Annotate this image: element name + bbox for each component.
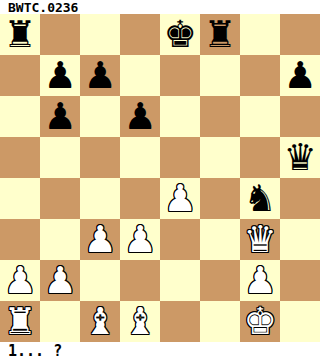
square-g5[interactable] <box>240 137 280 178</box>
square-f1[interactable] <box>200 301 240 342</box>
square-d7[interactable] <box>120 55 160 96</box>
square-a4[interactable] <box>0 178 40 219</box>
square-e6[interactable] <box>160 96 200 137</box>
white-bishop[interactable]: ♝ <box>80 301 120 342</box>
square-f7[interactable] <box>200 55 240 96</box>
square-f3[interactable] <box>200 219 240 260</box>
square-e1[interactable] <box>160 301 200 342</box>
square-d4[interactable] <box>120 178 160 219</box>
black-queen[interactable]: ♛ <box>280 137 320 178</box>
square-e3[interactable] <box>160 219 200 260</box>
square-d5[interactable] <box>120 137 160 178</box>
white-king[interactable]: ♚ <box>240 301 280 342</box>
square-f8[interactable]: ♜ <box>200 14 240 55</box>
square-g1[interactable]: ♚ <box>240 301 280 342</box>
square-b4[interactable] <box>40 178 80 219</box>
square-a5[interactable] <box>0 137 40 178</box>
black-pawn[interactable]: ♟ <box>80 55 120 96</box>
square-f2[interactable] <box>200 260 240 301</box>
square-b3[interactable] <box>40 219 80 260</box>
square-c8[interactable] <box>80 14 120 55</box>
puzzle-id: BWTC.0236 <box>0 0 320 14</box>
square-d8[interactable] <box>120 14 160 55</box>
move-prompt: 1... ? <box>0 342 320 360</box>
square-h8[interactable] <box>280 14 320 55</box>
square-h2[interactable] <box>280 260 320 301</box>
square-b5[interactable] <box>40 137 80 178</box>
square-g4[interactable]: ♞ <box>240 178 280 219</box>
square-g2[interactable]: ♟ <box>240 260 280 301</box>
square-a2[interactable]: ♟ <box>0 260 40 301</box>
black-pawn[interactable]: ♟ <box>40 96 80 137</box>
square-c2[interactable] <box>80 260 120 301</box>
white-queen[interactable]: ♛ <box>240 219 280 260</box>
black-rook[interactable]: ♜ <box>0 14 40 55</box>
square-g6[interactable] <box>240 96 280 137</box>
square-b1[interactable] <box>40 301 80 342</box>
square-h1[interactable] <box>280 301 320 342</box>
square-c6[interactable] <box>80 96 120 137</box>
square-c3[interactable]: ♟ <box>80 219 120 260</box>
square-g7[interactable] <box>240 55 280 96</box>
square-d6[interactable]: ♟ <box>120 96 160 137</box>
white-pawn[interactable]: ♟ <box>40 260 80 301</box>
square-e7[interactable] <box>160 55 200 96</box>
square-b7[interactable]: ♟ <box>40 55 80 96</box>
black-rook[interactable]: ♜ <box>200 14 240 55</box>
square-d2[interactable] <box>120 260 160 301</box>
square-a1[interactable]: ♜ <box>0 301 40 342</box>
white-pawn[interactable]: ♟ <box>120 219 160 260</box>
white-bishop[interactable]: ♝ <box>120 301 160 342</box>
square-a8[interactable]: ♜ <box>0 14 40 55</box>
square-h3[interactable] <box>280 219 320 260</box>
square-e8[interactable]: ♚ <box>160 14 200 55</box>
square-e4[interactable]: ♟ <box>160 178 200 219</box>
square-f4[interactable] <box>200 178 240 219</box>
square-e2[interactable] <box>160 260 200 301</box>
square-h6[interactable] <box>280 96 320 137</box>
square-b6[interactable]: ♟ <box>40 96 80 137</box>
square-h7[interactable]: ♟ <box>280 55 320 96</box>
square-h5[interactable]: ♛ <box>280 137 320 178</box>
square-c1[interactable]: ♝ <box>80 301 120 342</box>
square-b2[interactable]: ♟ <box>40 260 80 301</box>
black-knight[interactable]: ♞ <box>240 178 280 219</box>
square-c7[interactable]: ♟ <box>80 55 120 96</box>
square-c4[interactable] <box>80 178 120 219</box>
square-d1[interactable]: ♝ <box>120 301 160 342</box>
square-a7[interactable] <box>0 55 40 96</box>
black-pawn[interactable]: ♟ <box>280 55 320 96</box>
square-g8[interactable] <box>240 14 280 55</box>
square-e5[interactable] <box>160 137 200 178</box>
square-a3[interactable] <box>0 219 40 260</box>
square-f6[interactable] <box>200 96 240 137</box>
black-pawn[interactable]: ♟ <box>120 96 160 137</box>
black-pawn[interactable]: ♟ <box>40 55 80 96</box>
square-g3[interactable]: ♛ <box>240 219 280 260</box>
white-pawn[interactable]: ♟ <box>160 178 200 219</box>
square-b8[interactable] <box>40 14 80 55</box>
white-pawn[interactable]: ♟ <box>0 260 40 301</box>
chess-board: ♜♚♜♟♟♟♟♟♛♟♞♟♟♛♟♟♟♜♝♝♚ <box>0 14 320 342</box>
white-pawn[interactable]: ♟ <box>80 219 120 260</box>
white-rook[interactable]: ♜ <box>0 301 40 342</box>
black-king[interactable]: ♚ <box>160 14 200 55</box>
square-c5[interactable] <box>80 137 120 178</box>
white-pawn[interactable]: ♟ <box>240 260 280 301</box>
square-a6[interactable] <box>0 96 40 137</box>
square-d3[interactable]: ♟ <box>120 219 160 260</box>
square-f5[interactable] <box>200 137 240 178</box>
square-h4[interactable] <box>280 178 320 219</box>
